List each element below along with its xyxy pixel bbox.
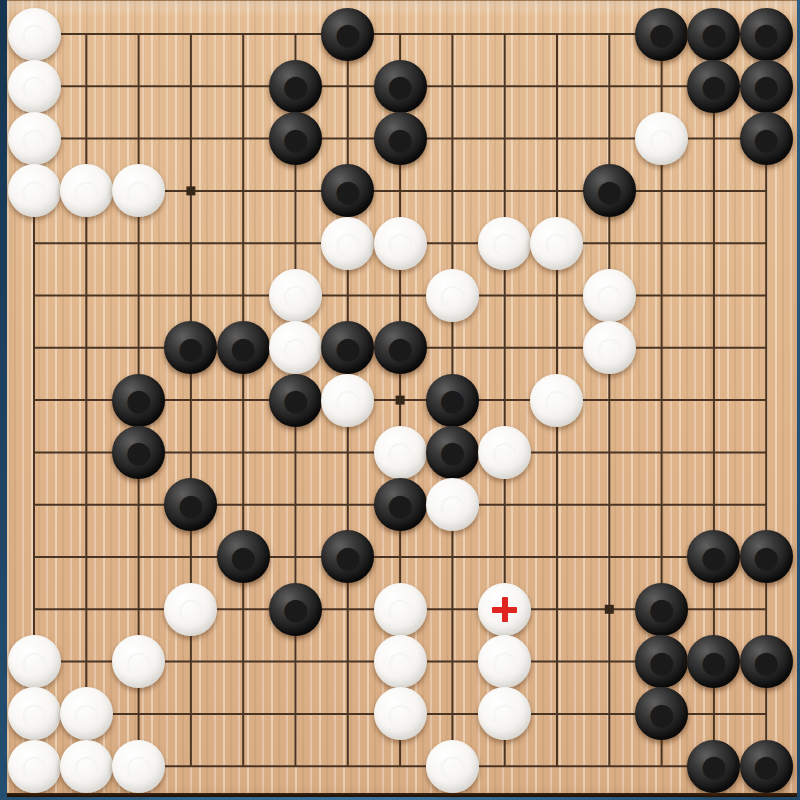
white-stone: ○ bbox=[112, 635, 165, 688]
black-stone: ● bbox=[321, 164, 374, 217]
black-stone: ● bbox=[374, 112, 427, 165]
black-stone: ● bbox=[687, 635, 740, 688]
white-stone: ○ bbox=[478, 426, 531, 479]
white-stone: ○ bbox=[60, 740, 113, 793]
white-stone: ○ bbox=[583, 321, 636, 374]
white-stone: ○ bbox=[8, 740, 61, 793]
white-stone: ○ bbox=[112, 164, 165, 217]
white-stone: ○ bbox=[269, 321, 322, 374]
black-stone: ● bbox=[374, 478, 427, 531]
white-stone: ○ bbox=[60, 164, 113, 217]
white-stone: ○ bbox=[426, 478, 479, 531]
black-stone: ● bbox=[740, 530, 793, 583]
white-stone: ○ bbox=[530, 374, 583, 427]
white-stone: ○ bbox=[8, 687, 61, 740]
white-stone: ○ bbox=[478, 217, 531, 270]
black-stone: ● bbox=[269, 374, 322, 427]
black-stone: ● bbox=[269, 112, 322, 165]
black-stone: ● bbox=[164, 478, 217, 531]
black-stone: ● bbox=[269, 583, 322, 636]
black-stone: ● bbox=[740, 8, 793, 61]
black-stone: ● bbox=[217, 321, 270, 374]
white-stone: ○ bbox=[478, 635, 531, 688]
white-stone: ○ bbox=[478, 687, 531, 740]
white-stone: ○ bbox=[112, 740, 165, 793]
black-stone: ● bbox=[635, 583, 688, 636]
white-stone: ○ bbox=[8, 635, 61, 688]
black-stone: ● bbox=[583, 164, 636, 217]
black-stone: ● bbox=[635, 635, 688, 688]
white-stone: ○ bbox=[269, 269, 322, 322]
black-stone: ● bbox=[374, 321, 427, 374]
white-stone: ○ bbox=[164, 583, 217, 636]
black-stone: ● bbox=[426, 426, 479, 479]
black-stone: ● bbox=[687, 740, 740, 793]
white-stone: ○ bbox=[583, 269, 636, 322]
black-stone: ● bbox=[374, 60, 427, 113]
black-stone: ● bbox=[321, 8, 374, 61]
black-stone: ● bbox=[426, 374, 479, 427]
white-stone: ○ bbox=[374, 687, 427, 740]
black-stone: ● bbox=[635, 8, 688, 61]
white-stone: ○ bbox=[426, 269, 479, 322]
white-stone: ○ bbox=[8, 8, 61, 61]
white-stone: ○ bbox=[374, 426, 427, 479]
white-stone: ○ bbox=[8, 164, 61, 217]
board-intersections[interactable]: ○●●●●○●●●●○●●○●○○○●●○○○○○○○●●○●●○●●○●○●○… bbox=[8, 8, 792, 792]
go-app-stage: ○●●●●○●●●●○●●○●○○○●●○○○○○○○●●○●●○●●○●○●○… bbox=[0, 0, 800, 800]
black-stone: ● bbox=[112, 374, 165, 427]
black-stone: ● bbox=[269, 60, 322, 113]
white-stone: ○ bbox=[374, 217, 427, 270]
last-move-marker bbox=[478, 583, 531, 636]
white-stone: ○ bbox=[635, 112, 688, 165]
white-stone: ○ bbox=[8, 112, 61, 165]
black-stone: ● bbox=[112, 426, 165, 479]
white-stone: ○ bbox=[321, 374, 374, 427]
black-stone: ● bbox=[217, 530, 270, 583]
black-stone: ● bbox=[687, 60, 740, 113]
white-stone: ○ bbox=[530, 217, 583, 270]
white-stone: ○ bbox=[321, 217, 374, 270]
black-stone: ● bbox=[740, 740, 793, 793]
black-stone: ● bbox=[740, 635, 793, 688]
black-stone: ● bbox=[687, 530, 740, 583]
black-stone: ● bbox=[321, 321, 374, 374]
black-stone: ● bbox=[164, 321, 217, 374]
white-stone: ○ bbox=[8, 60, 61, 113]
black-stone: ● bbox=[687, 8, 740, 61]
black-stone: ● bbox=[740, 60, 793, 113]
black-stone: ● bbox=[321, 530, 374, 583]
black-stone: ● bbox=[740, 112, 793, 165]
white-stone: ○ bbox=[374, 583, 427, 636]
white-stone: ○ bbox=[374, 635, 427, 688]
white-stone: ○ bbox=[426, 740, 479, 793]
white-stone: ○ bbox=[60, 687, 113, 740]
black-stone: ● bbox=[635, 687, 688, 740]
